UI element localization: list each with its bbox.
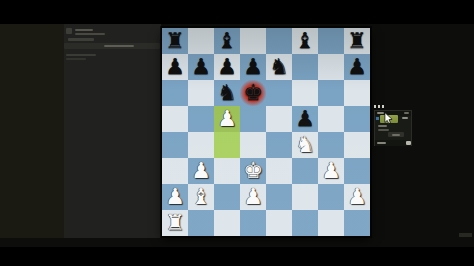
square-f8[interactable]: ♝ (292, 28, 318, 54)
square-e3[interactable] (266, 158, 292, 184)
piece-black-bishop[interactable]: ♝ (292, 28, 318, 54)
mini-menu-header-value (404, 112, 409, 114)
watermark-strip (459, 233, 472, 237)
square-g1[interactable] (318, 210, 344, 236)
left-sidebar-panel (0, 24, 64, 238)
piece-white-pawn[interactable]: ♟ (214, 106, 240, 132)
piece-black-king[interactable]: ♚ (240, 80, 266, 106)
square-a8[interactable]: ♜ (162, 28, 188, 54)
mid-panel (64, 24, 161, 238)
square-g6[interactable] (318, 80, 344, 106)
square-d1[interactable] (240, 210, 266, 236)
square-f1[interactable] (292, 210, 318, 236)
square-f3[interactable] (292, 158, 318, 184)
square-b2[interactable]: ♝ (188, 184, 214, 210)
piece-white-pawn[interactable]: ♟ (240, 184, 266, 210)
square-h8[interactable]: ♜ (344, 28, 370, 54)
piece-black-pawn[interactable]: ♟ (214, 54, 240, 80)
square-a6[interactable] (162, 80, 188, 106)
square-f6[interactable] (292, 80, 318, 106)
mini-menu-row[interactable] (378, 129, 389, 131)
square-h1[interactable] (344, 210, 370, 236)
square-d5[interactable] (240, 106, 266, 132)
mini-menu-row-value (402, 117, 408, 119)
text-line (75, 29, 93, 31)
letterbox-top (0, 0, 474, 24)
piece-black-pawn[interactable]: ♟ (344, 54, 370, 80)
square-g8[interactable] (318, 28, 344, 54)
piece-black-rook[interactable]: ♜ (344, 28, 370, 54)
piece-black-pawn[interactable]: ♟ (188, 54, 214, 80)
square-b3[interactable]: ♟ (188, 158, 214, 184)
piece-white-pawn[interactable]: ♟ (344, 184, 370, 210)
square-c2[interactable] (214, 184, 240, 210)
square-a1[interactable]: ♜ (162, 210, 188, 236)
square-e7[interactable]: ♞ (266, 54, 292, 80)
square-a3[interactable] (162, 158, 188, 184)
letterbox-bottom (0, 247, 474, 266)
text-line (68, 38, 94, 41)
square-d6[interactable]: ♚ (240, 80, 266, 106)
chess-board[interactable]: ♜♝♝♜♟♟♟♟♞♟♞♚♟♟♞♟♚♟♟♝♟♟♜ (162, 28, 370, 236)
square-d7[interactable]: ♟ (240, 54, 266, 80)
square-h5[interactable] (344, 106, 370, 132)
piece-black-bishop[interactable]: ♝ (214, 28, 240, 54)
square-e1[interactable] (266, 210, 292, 236)
square-h4[interactable] (344, 132, 370, 158)
mini-menu-row[interactable] (378, 125, 387, 127)
mini-menu-header-text (377, 112, 384, 114)
square-e4[interactable] (266, 132, 292, 158)
square-c5[interactable]: ♟ (214, 106, 240, 132)
mouse-cursor-icon (384, 112, 393, 124)
toolbar-bar-label (104, 45, 134, 47)
mini-menu-footer-text (377, 142, 386, 144)
square-h6[interactable] (344, 80, 370, 106)
square-b6[interactable] (188, 80, 214, 106)
square-a5[interactable] (162, 106, 188, 132)
square-d3[interactable]: ♚ (240, 158, 266, 184)
video-frame: ♜♝♝♜♟♟♟♟♞♟♞♚♟♟♞♟♚♟♟♝♟♟♜ (0, 0, 474, 266)
square-b7[interactable]: ♟ (188, 54, 214, 80)
square-d8[interactable] (240, 28, 266, 54)
piece-white-knight[interactable]: ♞ (292, 132, 318, 158)
square-h7[interactable]: ♟ (344, 54, 370, 80)
piece-white-rook[interactable]: ♜ (162, 210, 188, 236)
square-b1[interactable] (188, 210, 214, 236)
mini-menu-icon (376, 117, 379, 120)
piece-black-knight[interactable]: ♞ (214, 80, 240, 106)
square-b8[interactable] (188, 28, 214, 54)
square-h3[interactable] (344, 158, 370, 184)
square-e8[interactable] (266, 28, 292, 54)
square-e2[interactable] (266, 184, 292, 210)
square-g5[interactable] (318, 106, 344, 132)
square-g2[interactable] (318, 184, 344, 210)
square-c8[interactable]: ♝ (214, 28, 240, 54)
square-b4[interactable] (188, 132, 214, 158)
square-e6[interactable] (266, 80, 292, 106)
text-line (66, 54, 96, 56)
piece-black-pawn[interactable]: ♟ (162, 54, 188, 80)
square-d4[interactable] (240, 132, 266, 158)
square-c6[interactable]: ♞ (214, 80, 240, 106)
mini-menu-panel[interactable] (374, 110, 412, 146)
square-c7[interactable]: ♟ (214, 54, 240, 80)
square-g3[interactable]: ♟ (318, 158, 344, 184)
piece-white-pawn[interactable]: ♟ (162, 184, 188, 210)
piece-black-pawn[interactable]: ♟ (240, 54, 266, 80)
square-c1[interactable] (214, 210, 240, 236)
square-f4[interactable]: ♞ (292, 132, 318, 158)
text-line (66, 58, 86, 60)
square-f5[interactable]: ♟ (292, 106, 318, 132)
square-c3[interactable] (214, 158, 240, 184)
mini-menu-footer-badge (406, 141, 411, 145)
text-line (75, 33, 105, 35)
piece-black-pawn[interactable]: ♟ (292, 106, 318, 132)
square-f2[interactable] (292, 184, 318, 210)
piece-black-rook[interactable]: ♜ (162, 28, 188, 54)
mini-menu-dots (374, 105, 386, 109)
piece-white-bishop[interactable]: ♝ (188, 184, 214, 210)
square-f7[interactable] (292, 54, 318, 80)
square-a2[interactable]: ♟ (162, 184, 188, 210)
piece-white-pawn[interactable]: ♟ (318, 158, 344, 184)
piece-black-knight[interactable]: ♞ (266, 54, 292, 80)
square-c4[interactable] (214, 132, 240, 158)
square-a7[interactable]: ♟ (162, 54, 188, 80)
square-e5[interactable] (266, 106, 292, 132)
piece-white-pawn[interactable]: ♟ (188, 158, 214, 184)
avatar (66, 28, 72, 34)
square-b5[interactable] (188, 106, 214, 132)
square-g7[interactable] (318, 54, 344, 80)
mini-menu-button-label (392, 134, 400, 136)
square-h2[interactable]: ♟ (344, 184, 370, 210)
piece-white-king[interactable]: ♚ (240, 158, 266, 184)
square-g4[interactable] (318, 132, 344, 158)
square-d2[interactable]: ♟ (240, 184, 266, 210)
square-a4[interactable] (162, 132, 188, 158)
